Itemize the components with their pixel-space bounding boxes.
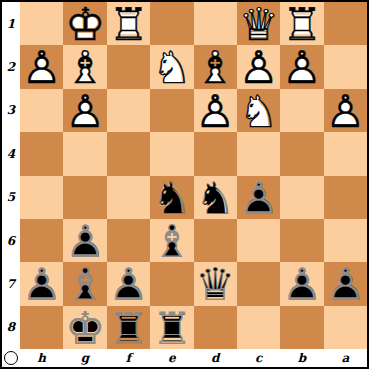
board-row: 12345678 ♚♔♜♖♛♕♜♖♟♙♝♗♞♘♝♗♟♙♟♙♟♙♟♙♞♘♟♙♞♘♞… <box>2 2 367 349</box>
rank-label-5: 5 <box>2 176 20 219</box>
square-d1[interactable] <box>194 2 237 45</box>
black-bishop[interactable]: ♝♗ <box>63 262 106 305</box>
black-queen[interactable]: ♛♕ <box>194 262 237 305</box>
rank-label-2: 2 <box>2 45 20 88</box>
bottom-row: hgfedcba <box>2 349 367 367</box>
black-rook[interactable]: ♜♖ <box>150 306 193 349</box>
square-b7[interactable]: ♟♙ <box>280 262 323 305</box>
square-a1[interactable] <box>324 2 367 45</box>
square-g5[interactable] <box>63 176 106 219</box>
white-to-move-indicator-icon <box>4 351 18 365</box>
rank-label-1: 1 <box>2 2 20 45</box>
square-g6[interactable]: ♟♙ <box>63 219 106 262</box>
file-label-h: h <box>20 349 63 367</box>
bishop-outline-glyph: ♗ <box>65 45 105 88</box>
rook-outline-glyph: ♖ <box>152 306 192 349</box>
square-f6[interactable] <box>107 219 150 262</box>
white-pawn[interactable]: ♟♙ <box>237 45 280 88</box>
square-d8[interactable] <box>194 306 237 349</box>
queen-outline-glyph: ♕ <box>195 262 235 305</box>
black-knight[interactable]: ♞♘ <box>194 176 237 219</box>
rook-outline-glyph: ♖ <box>282 2 322 45</box>
square-b8[interactable] <box>280 306 323 349</box>
file-label-e: e <box>150 349 193 367</box>
file-label-b: b <box>280 349 323 367</box>
white-pawn[interactable]: ♟♙ <box>280 45 323 88</box>
square-f4[interactable] <box>107 132 150 175</box>
white-queen[interactable]: ♛♕ <box>237 2 280 45</box>
square-a2[interactable] <box>324 45 367 88</box>
bishop-outline-glyph: ♗ <box>195 45 235 88</box>
square-f3[interactable] <box>107 89 150 132</box>
black-pawn[interactable]: ♟♙ <box>324 262 367 305</box>
rank-label-6: 6 <box>2 219 20 262</box>
square-a3[interactable]: ♟♙ <box>324 89 367 132</box>
pawn-outline-glyph: ♙ <box>325 89 365 132</box>
square-a7[interactable]: ♟♙ <box>324 262 367 305</box>
rank-label-4: 4 <box>2 132 20 175</box>
square-e6[interactable]: ♝♗ <box>150 219 193 262</box>
square-a8[interactable] <box>324 306 367 349</box>
square-h1[interactable] <box>20 2 63 45</box>
white-pawn[interactable]: ♟♙ <box>63 89 106 132</box>
white-knight[interactable]: ♞♘ <box>237 89 280 132</box>
white-king[interactable]: ♚♔ <box>63 2 106 45</box>
square-d5[interactable]: ♞♘ <box>194 176 237 219</box>
pawn-outline-glyph: ♙ <box>65 219 105 262</box>
pawn-outline-glyph: ♙ <box>65 89 105 132</box>
square-g3[interactable]: ♟♙ <box>63 89 106 132</box>
square-a4[interactable] <box>324 132 367 175</box>
pawn-outline-glyph: ♙ <box>282 45 322 88</box>
square-h8[interactable] <box>20 306 63 349</box>
square-e3[interactable] <box>150 89 193 132</box>
black-pawn[interactable]: ♟♙ <box>20 262 63 305</box>
square-c1[interactable]: ♛♕ <box>237 2 280 45</box>
square-c8[interactable] <box>237 306 280 349</box>
white-rook[interactable]: ♜♖ <box>280 2 323 45</box>
square-h3[interactable] <box>20 89 63 132</box>
file-label-f: f <box>107 349 150 367</box>
pawn-outline-glyph: ♙ <box>195 89 235 132</box>
square-b3[interactable] <box>280 89 323 132</box>
rook-outline-glyph: ♖ <box>108 2 148 45</box>
file-labels: hgfedcba <box>20 349 367 367</box>
pawn-outline-glyph: ♙ <box>325 262 365 305</box>
square-g7[interactable]: ♝♗ <box>63 262 106 305</box>
square-f7[interactable]: ♟♙ <box>107 262 150 305</box>
chess-board: ♚♔♜♖♛♕♜♖♟♙♝♗♞♘♝♗♟♙♟♙♟♙♟♙♞♘♟♙♞♘♞♘♟♙♟♙♝♗♟♙… <box>20 2 367 349</box>
square-d3[interactable]: ♟♙ <box>194 89 237 132</box>
rook-outline-glyph: ♖ <box>108 306 148 349</box>
black-knight[interactable]: ♞♘ <box>150 176 193 219</box>
square-d2[interactable]: ♝♗ <box>194 45 237 88</box>
white-rook[interactable]: ♜♖ <box>107 2 150 45</box>
square-h2[interactable]: ♟♙ <box>20 45 63 88</box>
king-outline-glyph: ♔ <box>65 2 105 45</box>
square-b1[interactable]: ♜♖ <box>280 2 323 45</box>
square-g8[interactable]: ♚♔ <box>63 306 106 349</box>
square-d7[interactable]: ♛♕ <box>194 262 237 305</box>
white-pawn[interactable]: ♟♙ <box>20 45 63 88</box>
square-e2[interactable]: ♞♘ <box>150 45 193 88</box>
king-outline-glyph: ♔ <box>65 306 105 349</box>
rank-label-8: 8 <box>2 306 20 349</box>
square-e5[interactable]: ♞♘ <box>150 176 193 219</box>
square-f1[interactable]: ♜♖ <box>107 2 150 45</box>
black-pawn[interactable]: ♟♙ <box>63 219 106 262</box>
square-c6[interactable] <box>237 219 280 262</box>
file-label-g: g <box>63 349 106 367</box>
chess-diagram: 12345678 ♚♔♜♖♛♕♜♖♟♙♝♗♞♘♝♗♟♙♟♙♟♙♟♙♞♘♟♙♞♘♞… <box>0 0 369 369</box>
white-pawn[interactable]: ♟♙ <box>194 89 237 132</box>
pawn-outline-glyph: ♙ <box>108 262 148 305</box>
square-c3[interactable]: ♞♘ <box>237 89 280 132</box>
square-g4[interactable] <box>63 132 106 175</box>
knight-outline-glyph: ♘ <box>195 176 235 219</box>
rank-label-7: 7 <box>2 262 20 305</box>
black-pawn[interactable]: ♟♙ <box>280 262 323 305</box>
bishop-outline-glyph: ♗ <box>152 219 192 262</box>
pawn-outline-glyph: ♙ <box>282 262 322 305</box>
knight-outline-glyph: ♘ <box>152 45 192 88</box>
square-e8[interactable]: ♜♖ <box>150 306 193 349</box>
square-g1[interactable]: ♚♔ <box>63 2 106 45</box>
square-c2[interactable]: ♟♙ <box>237 45 280 88</box>
square-b4[interactable] <box>280 132 323 175</box>
pawn-outline-glyph: ♙ <box>22 262 62 305</box>
square-a5[interactable] <box>324 176 367 219</box>
square-f2[interactable] <box>107 45 150 88</box>
corner <box>2 349 20 367</box>
square-b2[interactable]: ♟♙ <box>280 45 323 88</box>
black-king[interactable]: ♚♔ <box>63 306 106 349</box>
square-e7[interactable] <box>150 262 193 305</box>
pawn-outline-glyph: ♙ <box>238 176 278 219</box>
rank-labels: 12345678 <box>2 2 20 349</box>
white-pawn[interactable]: ♟♙ <box>324 89 367 132</box>
square-h4[interactable] <box>20 132 63 175</box>
black-rook[interactable]: ♜♖ <box>107 306 150 349</box>
square-c7[interactable] <box>237 262 280 305</box>
white-bishop[interactable]: ♝♗ <box>63 45 106 88</box>
black-pawn[interactable]: ♟♙ <box>107 262 150 305</box>
square-c5[interactable]: ♟♙ <box>237 176 280 219</box>
square-e4[interactable] <box>150 132 193 175</box>
square-h6[interactable] <box>20 219 63 262</box>
square-d4[interactable] <box>194 132 237 175</box>
square-h5[interactable] <box>20 176 63 219</box>
white-bishop[interactable]: ♝♗ <box>194 45 237 88</box>
square-d6[interactable] <box>194 219 237 262</box>
file-label-a: a <box>324 349 367 367</box>
square-g2[interactable]: ♝♗ <box>63 45 106 88</box>
square-h7[interactable]: ♟♙ <box>20 262 63 305</box>
square-c4[interactable] <box>237 132 280 175</box>
file-label-c: c <box>237 349 280 367</box>
black-bishop[interactable]: ♝♗ <box>150 219 193 262</box>
rank-label-3: 3 <box>2 89 20 132</box>
file-label-d: d <box>194 349 237 367</box>
black-pawn[interactable]: ♟♙ <box>237 176 280 219</box>
square-e1[interactable] <box>150 2 193 45</box>
square-f5[interactable] <box>107 176 150 219</box>
square-b6[interactable] <box>280 219 323 262</box>
pawn-outline-glyph: ♙ <box>22 45 62 88</box>
pawn-outline-glyph: ♙ <box>238 45 278 88</box>
square-f8[interactable]: ♜♖ <box>107 306 150 349</box>
knight-outline-glyph: ♘ <box>238 89 278 132</box>
bishop-outline-glyph: ♗ <box>65 262 105 305</box>
white-knight[interactable]: ♞♘ <box>150 45 193 88</box>
queen-outline-glyph: ♕ <box>238 2 278 45</box>
square-a6[interactable] <box>324 219 367 262</box>
square-b5[interactable] <box>280 176 323 219</box>
knight-outline-glyph: ♘ <box>152 176 192 219</box>
